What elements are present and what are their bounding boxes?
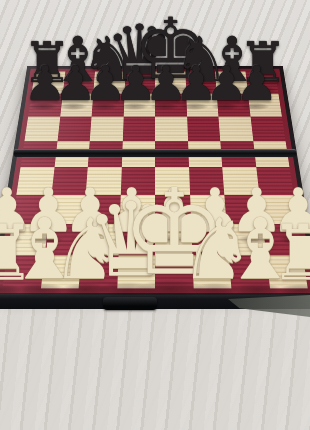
square-h6[interactable]	[250, 117, 285, 141]
square-a6[interactable]	[24, 117, 59, 141]
board-hinge-seam	[14, 149, 296, 157]
square-e6[interactable]	[155, 117, 188, 141]
square-b6[interactable]	[57, 117, 91, 141]
square-c6[interactable]	[90, 117, 124, 141]
square-f6[interactable]	[187, 117, 221, 141]
photo-scene: ♜♝♞♛♚♞♝♜♟♟♟♟♟♟♟♟♟♟♟♟♟♟♟♟♜♝♞♛♚♞♝♜	[0, 0, 310, 430]
square-g6[interactable]	[218, 117, 252, 141]
laminate-floor-foreground	[0, 300, 310, 430]
square-d6[interactable]	[122, 117, 155, 141]
piece-black-pawn[interactable]: ♟	[235, 59, 278, 107]
piece-white-rook[interactable]: ♜	[269, 215, 310, 291]
